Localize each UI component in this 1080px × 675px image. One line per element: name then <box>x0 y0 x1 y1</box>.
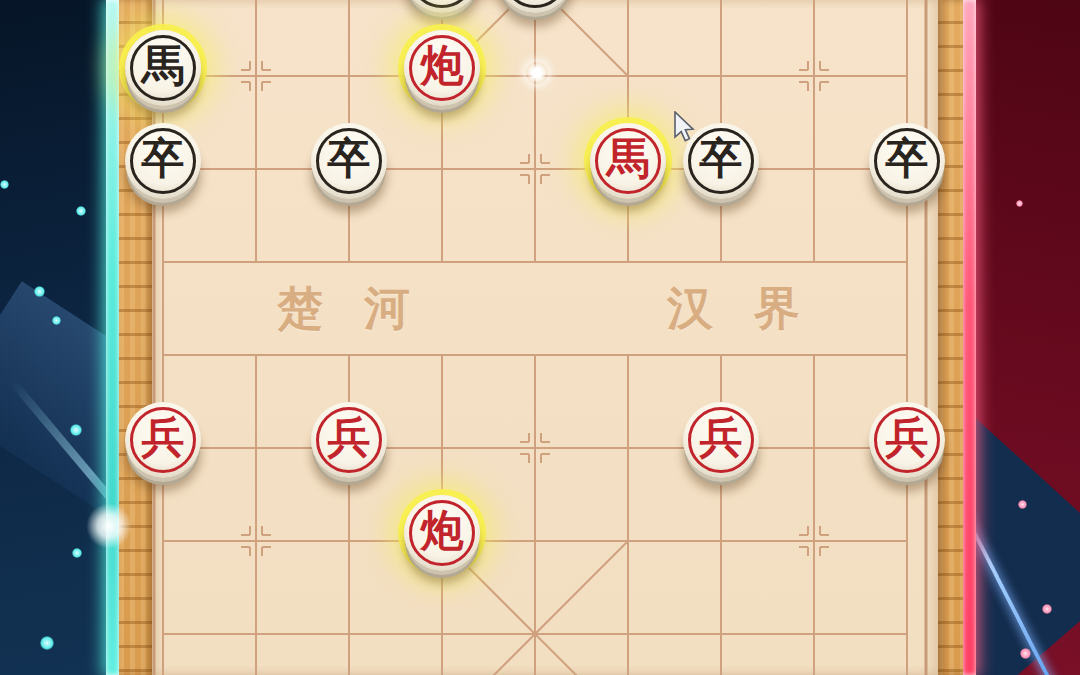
neon-flare-effect <box>86 503 132 549</box>
board-sparkle-effect <box>526 62 548 84</box>
piece-red-炮[interactable]: 炮 <box>404 30 480 106</box>
piece-red-兵[interactable]: 兵 <box>125 402 201 478</box>
board-pieces: 将士馬炮卒卒馬卒卒兵兵兵兵炮 <box>0 0 1080 675</box>
piece-glyph: 兵 <box>683 400 759 476</box>
piece-black-馬[interactable]: 馬 <box>125 30 201 106</box>
piece-red-炮[interactable]: 炮 <box>404 495 480 571</box>
piece-glyph: 兵 <box>125 400 201 476</box>
piece-black-士[interactable]: 士 <box>497 0 573 13</box>
piece-glyph: 兵 <box>311 400 387 476</box>
piece-glyph: 卒 <box>125 121 201 197</box>
piece-glyph: 馬 <box>125 28 201 104</box>
piece-glyph: 卒 <box>311 121 387 197</box>
piece-glyph: 馬 <box>590 121 666 197</box>
piece-black-卒[interactable]: 卒 <box>869 123 945 199</box>
mouse-cursor-icon <box>674 111 700 145</box>
piece-glyph: 将 <box>404 0 480 11</box>
piece-red-兵[interactable]: 兵 <box>311 402 387 478</box>
piece-black-将[interactable]: 将 <box>404 0 480 13</box>
piece-glyph: 卒 <box>869 121 945 197</box>
piece-red-馬[interactable]: 馬 <box>590 123 666 199</box>
stage: 楚河 汉界 将士馬炮卒卒馬卒卒兵兵兵兵炮 <box>0 0 1080 675</box>
piece-glyph: 兵 <box>869 400 945 476</box>
piece-red-兵[interactable]: 兵 <box>683 402 759 478</box>
piece-black-卒[interactable]: 卒 <box>125 123 201 199</box>
piece-glyph: 炮 <box>404 28 480 104</box>
piece-glyph: 炮 <box>404 493 480 569</box>
piece-black-卒[interactable]: 卒 <box>311 123 387 199</box>
piece-red-兵[interactable]: 兵 <box>869 402 945 478</box>
piece-glyph: 士 <box>497 0 573 11</box>
